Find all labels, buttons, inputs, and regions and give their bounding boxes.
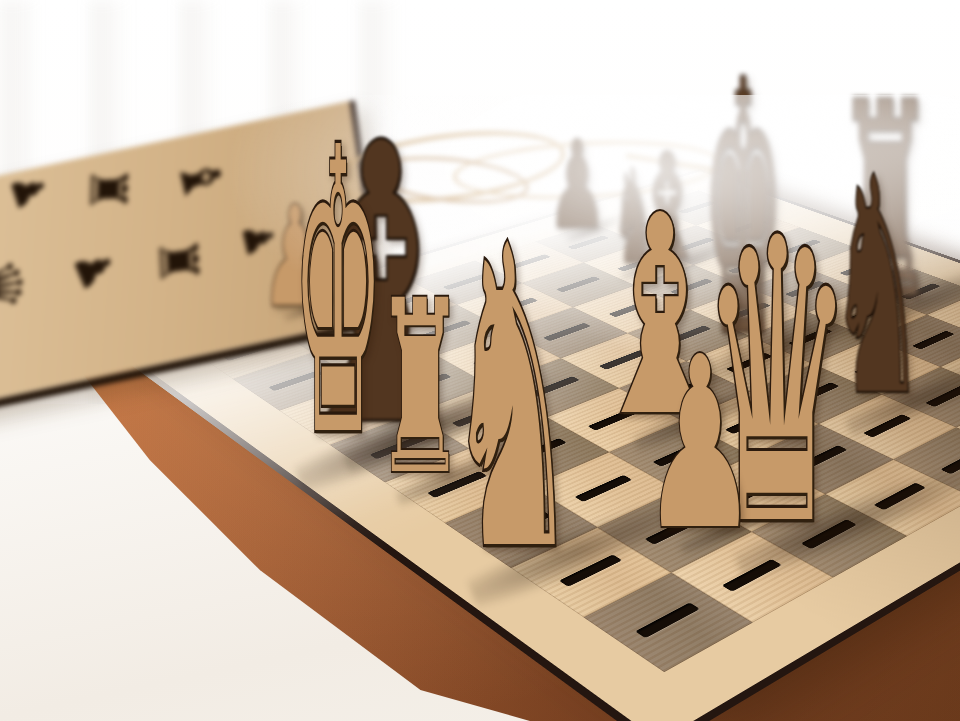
- square-h4: [863, 269, 960, 314]
- piece-black-rook: ♜: [765, 67, 960, 335]
- sheet-cutout-queen-icon: ♛: [0, 254, 33, 318]
- square-grain: [475, 241, 584, 283]
- square-h7: [696, 208, 800, 245]
- square-grain: [693, 246, 803, 288]
- square-g4: [808, 290, 927, 338]
- square-h3: [927, 293, 960, 342]
- piece-slot: [840, 261, 879, 276]
- square-g2: [941, 341, 960, 397]
- square-grain: [410, 261, 522, 305]
- square-grain: [642, 225, 749, 265]
- piece-shadow: [854, 247, 960, 340]
- piece-slot: [854, 356, 899, 376]
- piece-slot: [728, 259, 769, 274]
- sheet-cutout-pawn-icon: ♟: [3, 165, 54, 216]
- piece-slot: [782, 240, 821, 254]
- square-g5: [749, 267, 864, 312]
- piece-slot: [625, 218, 665, 231]
- square-e8: [475, 241, 584, 283]
- square-grain: [536, 223, 642, 262]
- piece-shadow: [566, 210, 630, 244]
- square-h6: [748, 227, 855, 267]
- square-e7: [522, 263, 635, 308]
- piece-slot: [729, 220, 767, 233]
- piece-slot: [785, 281, 826, 297]
- piece-slot: [568, 236, 610, 250]
- sheet-cutout-bishop-icon: ♝: [169, 147, 232, 210]
- square-grain: [522, 263, 635, 308]
- sheet-cutout-pawn-icon: ♟: [65, 240, 123, 298]
- square-h5: [804, 248, 915, 290]
- square-grain: [584, 243, 694, 285]
- square-grain: [808, 290, 927, 338]
- black-rook-icon: ♜: [835, 67, 936, 335]
- square-g3: [872, 315, 960, 367]
- piece-slot: [788, 328, 832, 346]
- photo-stage: ♞♟♜♝♛♟♜♚♟ ♟♚♝♜♞♝♛♟♟♞♝♚♜♞: [0, 0, 960, 721]
- piece-slot: [507, 254, 551, 269]
- piece-shadow: [619, 238, 706, 284]
- square-g6: [693, 246, 803, 288]
- piece-slot: [617, 256, 659, 271]
- piece-slot: [556, 276, 600, 292]
- piece-slot: [675, 238, 715, 252]
- square-grain: [748, 227, 855, 267]
- square-g7: [642, 225, 749, 265]
- square-grain: [927, 293, 960, 342]
- piece-shadow: [651, 234, 743, 283]
- piece-slot: [846, 305, 888, 322]
- piece-slot: [901, 283, 941, 299]
- sheet-cutout-rook-icon: ♜: [82, 165, 135, 214]
- square-grain: [872, 315, 960, 367]
- twine-string: [325, 112, 755, 212]
- square-f7: [584, 243, 694, 285]
- square-f8: [536, 223, 642, 262]
- square-grain: [696, 208, 800, 245]
- square-grain: [749, 267, 864, 312]
- square-grain: [863, 269, 960, 314]
- piece-slot: [670, 279, 713, 295]
- square-d8: [410, 261, 522, 305]
- piece-slot: [912, 331, 954, 350]
- square-grain: [941, 341, 960, 397]
- square-grain: [804, 248, 915, 290]
- sheet-cutout-pawn-icon: ♟: [235, 216, 282, 263]
- sheet-cutout-rook-icon: ♜: [150, 234, 206, 289]
- piece-slot: [443, 274, 489, 290]
